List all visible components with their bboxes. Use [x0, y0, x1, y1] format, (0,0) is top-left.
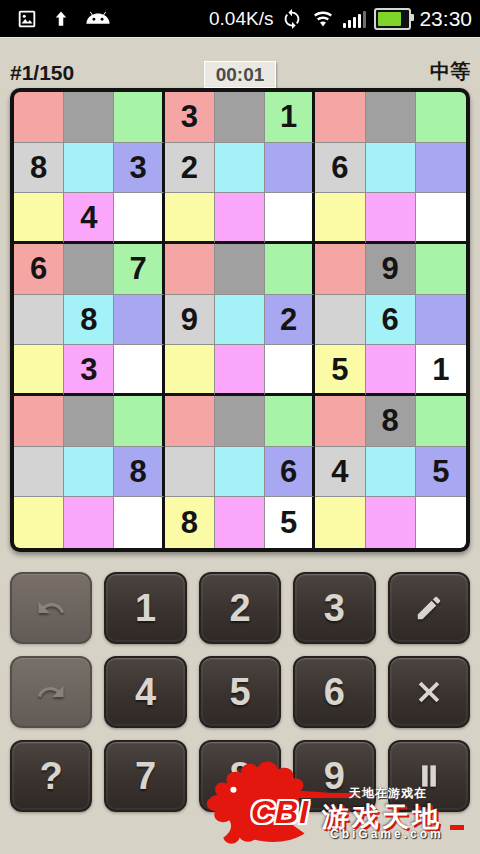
cell-r6c8[interactable] — [366, 345, 416, 396]
digit-5-button[interactable]: 5 — [199, 656, 281, 728]
pencil-icon — [414, 593, 444, 623]
given-digit: 8 — [129, 456, 146, 487]
cell-r3c3[interactable] — [114, 193, 164, 244]
digit-2-button-label: 2 — [229, 587, 250, 630]
cell-r3c4[interactable] — [165, 193, 215, 244]
net-speed: 0.04K/s — [209, 8, 273, 30]
cell-r4c3[interactable]: 7 — [114, 244, 164, 295]
cell-r2c9[interactable] — [416, 143, 466, 194]
cell-r4c7[interactable] — [315, 244, 365, 295]
cell-r7c5[interactable] — [215, 396, 265, 447]
cell-r8c6[interactable]: 6 — [265, 447, 315, 498]
given-digit: 3 — [80, 354, 97, 385]
screenshot-icon — [16, 8, 38, 30]
cell-r4c8[interactable]: 9 — [366, 244, 416, 295]
status-left-icons — [16, 8, 112, 30]
cell-r2c2[interactable] — [64, 143, 114, 194]
cell-r7c2[interactable] — [64, 396, 114, 447]
cell-r7c1[interactable] — [14, 396, 64, 447]
cell-r1c1[interactable] — [14, 92, 64, 143]
cell-r9c5[interactable] — [215, 497, 265, 548]
given-digit: 1 — [432, 354, 449, 385]
cell-r2c3[interactable]: 3 — [114, 143, 164, 194]
given-digit: 6 — [331, 152, 348, 183]
help-button-label: ? — [40, 755, 63, 798]
cell-r1c9[interactable] — [416, 92, 466, 143]
digit-3-button-label: 3 — [324, 587, 345, 630]
cell-r2c6[interactable] — [265, 143, 315, 194]
difficulty-label: 中等 — [430, 58, 470, 85]
cell-r8c7[interactable]: 4 — [315, 447, 365, 498]
given-digit: 1 — [280, 101, 297, 132]
keypad: 123456?789 — [10, 572, 470, 812]
upload-arrow-icon — [52, 8, 70, 30]
timer: 00:01 — [204, 61, 276, 88]
cell-r6c6[interactable] — [265, 345, 315, 396]
cell-r3c2[interactable]: 4 — [64, 193, 114, 244]
cell-r2c1[interactable]: 8 — [14, 143, 64, 194]
digit-8-button-label: 8 — [229, 755, 250, 798]
cell-r7c9[interactable] — [416, 396, 466, 447]
given-digit: 6 — [382, 304, 399, 335]
cell-r3c7[interactable] — [315, 193, 365, 244]
cell-r4c9[interactable] — [416, 244, 466, 295]
pencil-button[interactable] — [388, 572, 470, 644]
cell-r8c2[interactable] — [64, 447, 114, 498]
given-digit: 6 — [30, 253, 47, 284]
undo-icon — [36, 593, 66, 623]
cell-r3c1[interactable] — [14, 193, 64, 244]
cell-r2c4[interactable]: 2 — [165, 143, 215, 194]
cell-r1c8[interactable] — [366, 92, 416, 143]
game-header: #1/150 00:01 中等 — [0, 37, 480, 88]
redo-icon — [36, 677, 66, 707]
given-digit: 6 — [280, 456, 297, 487]
cell-r6c5[interactable] — [215, 345, 265, 396]
cell-r8c5[interactable] — [215, 447, 265, 498]
digit-4-button[interactable]: 4 — [104, 656, 186, 728]
cell-r9c2[interactable] — [64, 497, 114, 548]
cell-r1c3[interactable] — [114, 92, 164, 143]
cell-r3c5[interactable] — [215, 193, 265, 244]
clear-button[interactable] — [388, 656, 470, 728]
cell-r9c9[interactable] — [416, 497, 466, 548]
digit-6-button[interactable]: 6 — [293, 656, 375, 728]
cell-r6c7[interactable]: 5 — [315, 345, 365, 396]
cell-r5c8[interactable]: 6 — [366, 295, 416, 346]
redo-button[interactable] — [10, 656, 92, 728]
cell-r7c8[interactable]: 8 — [366, 396, 416, 447]
digit-4-button-label: 4 — [135, 671, 156, 714]
digit-7-button-label: 7 — [135, 755, 156, 798]
cell-r9c4[interactable]: 8 — [165, 497, 215, 548]
cell-r9c8[interactable] — [366, 497, 416, 548]
given-digit: 7 — [129, 253, 146, 284]
given-digit: 3 — [181, 101, 198, 132]
given-digit: 9 — [382, 253, 399, 284]
pause-icon — [414, 761, 444, 791]
given-digit: 5 — [280, 507, 297, 538]
digit-9-button-label: 9 — [324, 755, 345, 798]
sudoku-grid: 318326467989263518864585 — [14, 92, 466, 548]
given-digit: 2 — [181, 152, 198, 183]
cell-r2c5[interactable] — [215, 143, 265, 194]
signal-icon — [343, 10, 366, 28]
cell-r1c2[interactable] — [64, 92, 114, 143]
sync-icon — [281, 8, 303, 30]
watermark-dash — [450, 825, 464, 830]
given-digit: 8 — [30, 152, 47, 183]
cell-r8c3[interactable]: 8 — [114, 447, 164, 498]
cell-r6c3[interactable] — [114, 345, 164, 396]
given-digit: 4 — [331, 456, 348, 487]
watermark-domain: CbiGame.com — [330, 827, 444, 841]
android-robot-icon — [84, 9, 112, 29]
cell-r5c3[interactable] — [114, 295, 164, 346]
given-digit: 4 — [80, 202, 97, 233]
cell-r9c6[interactable]: 5 — [265, 497, 315, 548]
given-digit: 2 — [280, 304, 297, 335]
cell-r2c8[interactable] — [366, 143, 416, 194]
battery-icon — [374, 8, 411, 30]
cell-r8c8[interactable] — [366, 447, 416, 498]
digit-7-button[interactable]: 7 — [104, 740, 186, 812]
digit-1-button-label: 1 — [135, 587, 156, 630]
cell-r9c3[interactable] — [114, 497, 164, 548]
help-button[interactable]: ? — [10, 740, 92, 812]
cell-r6c4[interactable] — [165, 345, 215, 396]
sudoku-board: 318326467989263518864585 — [10, 88, 470, 552]
clear-icon — [414, 677, 444, 707]
given-digit: 9 — [181, 304, 198, 335]
digit-1-button[interactable]: 1 — [104, 572, 186, 644]
cell-r5c9[interactable] — [416, 295, 466, 346]
cell-r8c4[interactable] — [165, 447, 215, 498]
digit-6-button-label: 6 — [324, 671, 345, 714]
wifi-icon — [311, 9, 335, 29]
cell-r1c4[interactable]: 3 — [165, 92, 215, 143]
given-digit: 8 — [382, 405, 399, 436]
cell-r3c8[interactable] — [366, 193, 416, 244]
puzzle-index: #1/150 — [10, 61, 74, 85]
timer-value: 00:01 — [216, 64, 265, 86]
cell-r6c1[interactable] — [14, 345, 64, 396]
undo-button[interactable] — [10, 572, 92, 644]
cell-r9c1[interactable] — [14, 497, 64, 548]
digit-3-button[interactable]: 3 — [293, 572, 375, 644]
cell-r1c5[interactable] — [215, 92, 265, 143]
cell-r5c1[interactable] — [14, 295, 64, 346]
cell-r9c7[interactable] — [315, 497, 365, 548]
digit-5-button-label: 5 — [229, 671, 250, 714]
app-screen: 0.04K/s 23:30 #1/150 00:01 中等 3183264679… — [0, 0, 480, 854]
given-digit: 5 — [331, 354, 348, 385]
cell-r6c2[interactable]: 3 — [64, 345, 114, 396]
digit-8-button[interactable]: 8 — [199, 740, 281, 812]
pause-button[interactable] — [388, 740, 470, 812]
cell-r1c6[interactable]: 1 — [265, 92, 315, 143]
cell-r3c9[interactable] — [416, 193, 466, 244]
cell-r6c9[interactable]: 1 — [416, 345, 466, 396]
cell-r7c7[interactable] — [315, 396, 365, 447]
cell-r3c6[interactable] — [265, 193, 315, 244]
status-right: 0.04K/s 23:30 — [209, 7, 472, 31]
cell-r4c4[interactable] — [165, 244, 215, 295]
cell-r5c2[interactable]: 8 — [64, 295, 114, 346]
cell-r4c2[interactable] — [64, 244, 114, 295]
cell-r5c5[interactable] — [215, 295, 265, 346]
given-digit: 8 — [181, 507, 198, 538]
given-digit: 3 — [129, 152, 146, 183]
given-digit: 5 — [432, 456, 449, 487]
status-bar: 0.04K/s 23:30 — [0, 0, 480, 37]
cell-r7c3[interactable] — [114, 396, 164, 447]
digit-9-button[interactable]: 9 — [293, 740, 375, 812]
cell-r5c4[interactable]: 9 — [165, 295, 215, 346]
cell-r5c6[interactable]: 2 — [265, 295, 315, 346]
given-digit: 8 — [80, 304, 97, 335]
cell-r8c9[interactable]: 5 — [416, 447, 466, 498]
cell-r4c1[interactable]: 6 — [14, 244, 64, 295]
digit-2-button[interactable]: 2 — [199, 572, 281, 644]
cell-r2c7[interactable]: 6 — [315, 143, 365, 194]
cell-r7c4[interactable] — [165, 396, 215, 447]
cell-r1c7[interactable] — [315, 92, 365, 143]
cell-r8c1[interactable] — [14, 447, 64, 498]
cell-r7c6[interactable] — [265, 396, 315, 447]
clock: 23:30 — [419, 7, 472, 31]
cell-r5c7[interactable] — [315, 295, 365, 346]
cell-r4c6[interactable] — [265, 244, 315, 295]
cell-r4c5[interactable] — [215, 244, 265, 295]
